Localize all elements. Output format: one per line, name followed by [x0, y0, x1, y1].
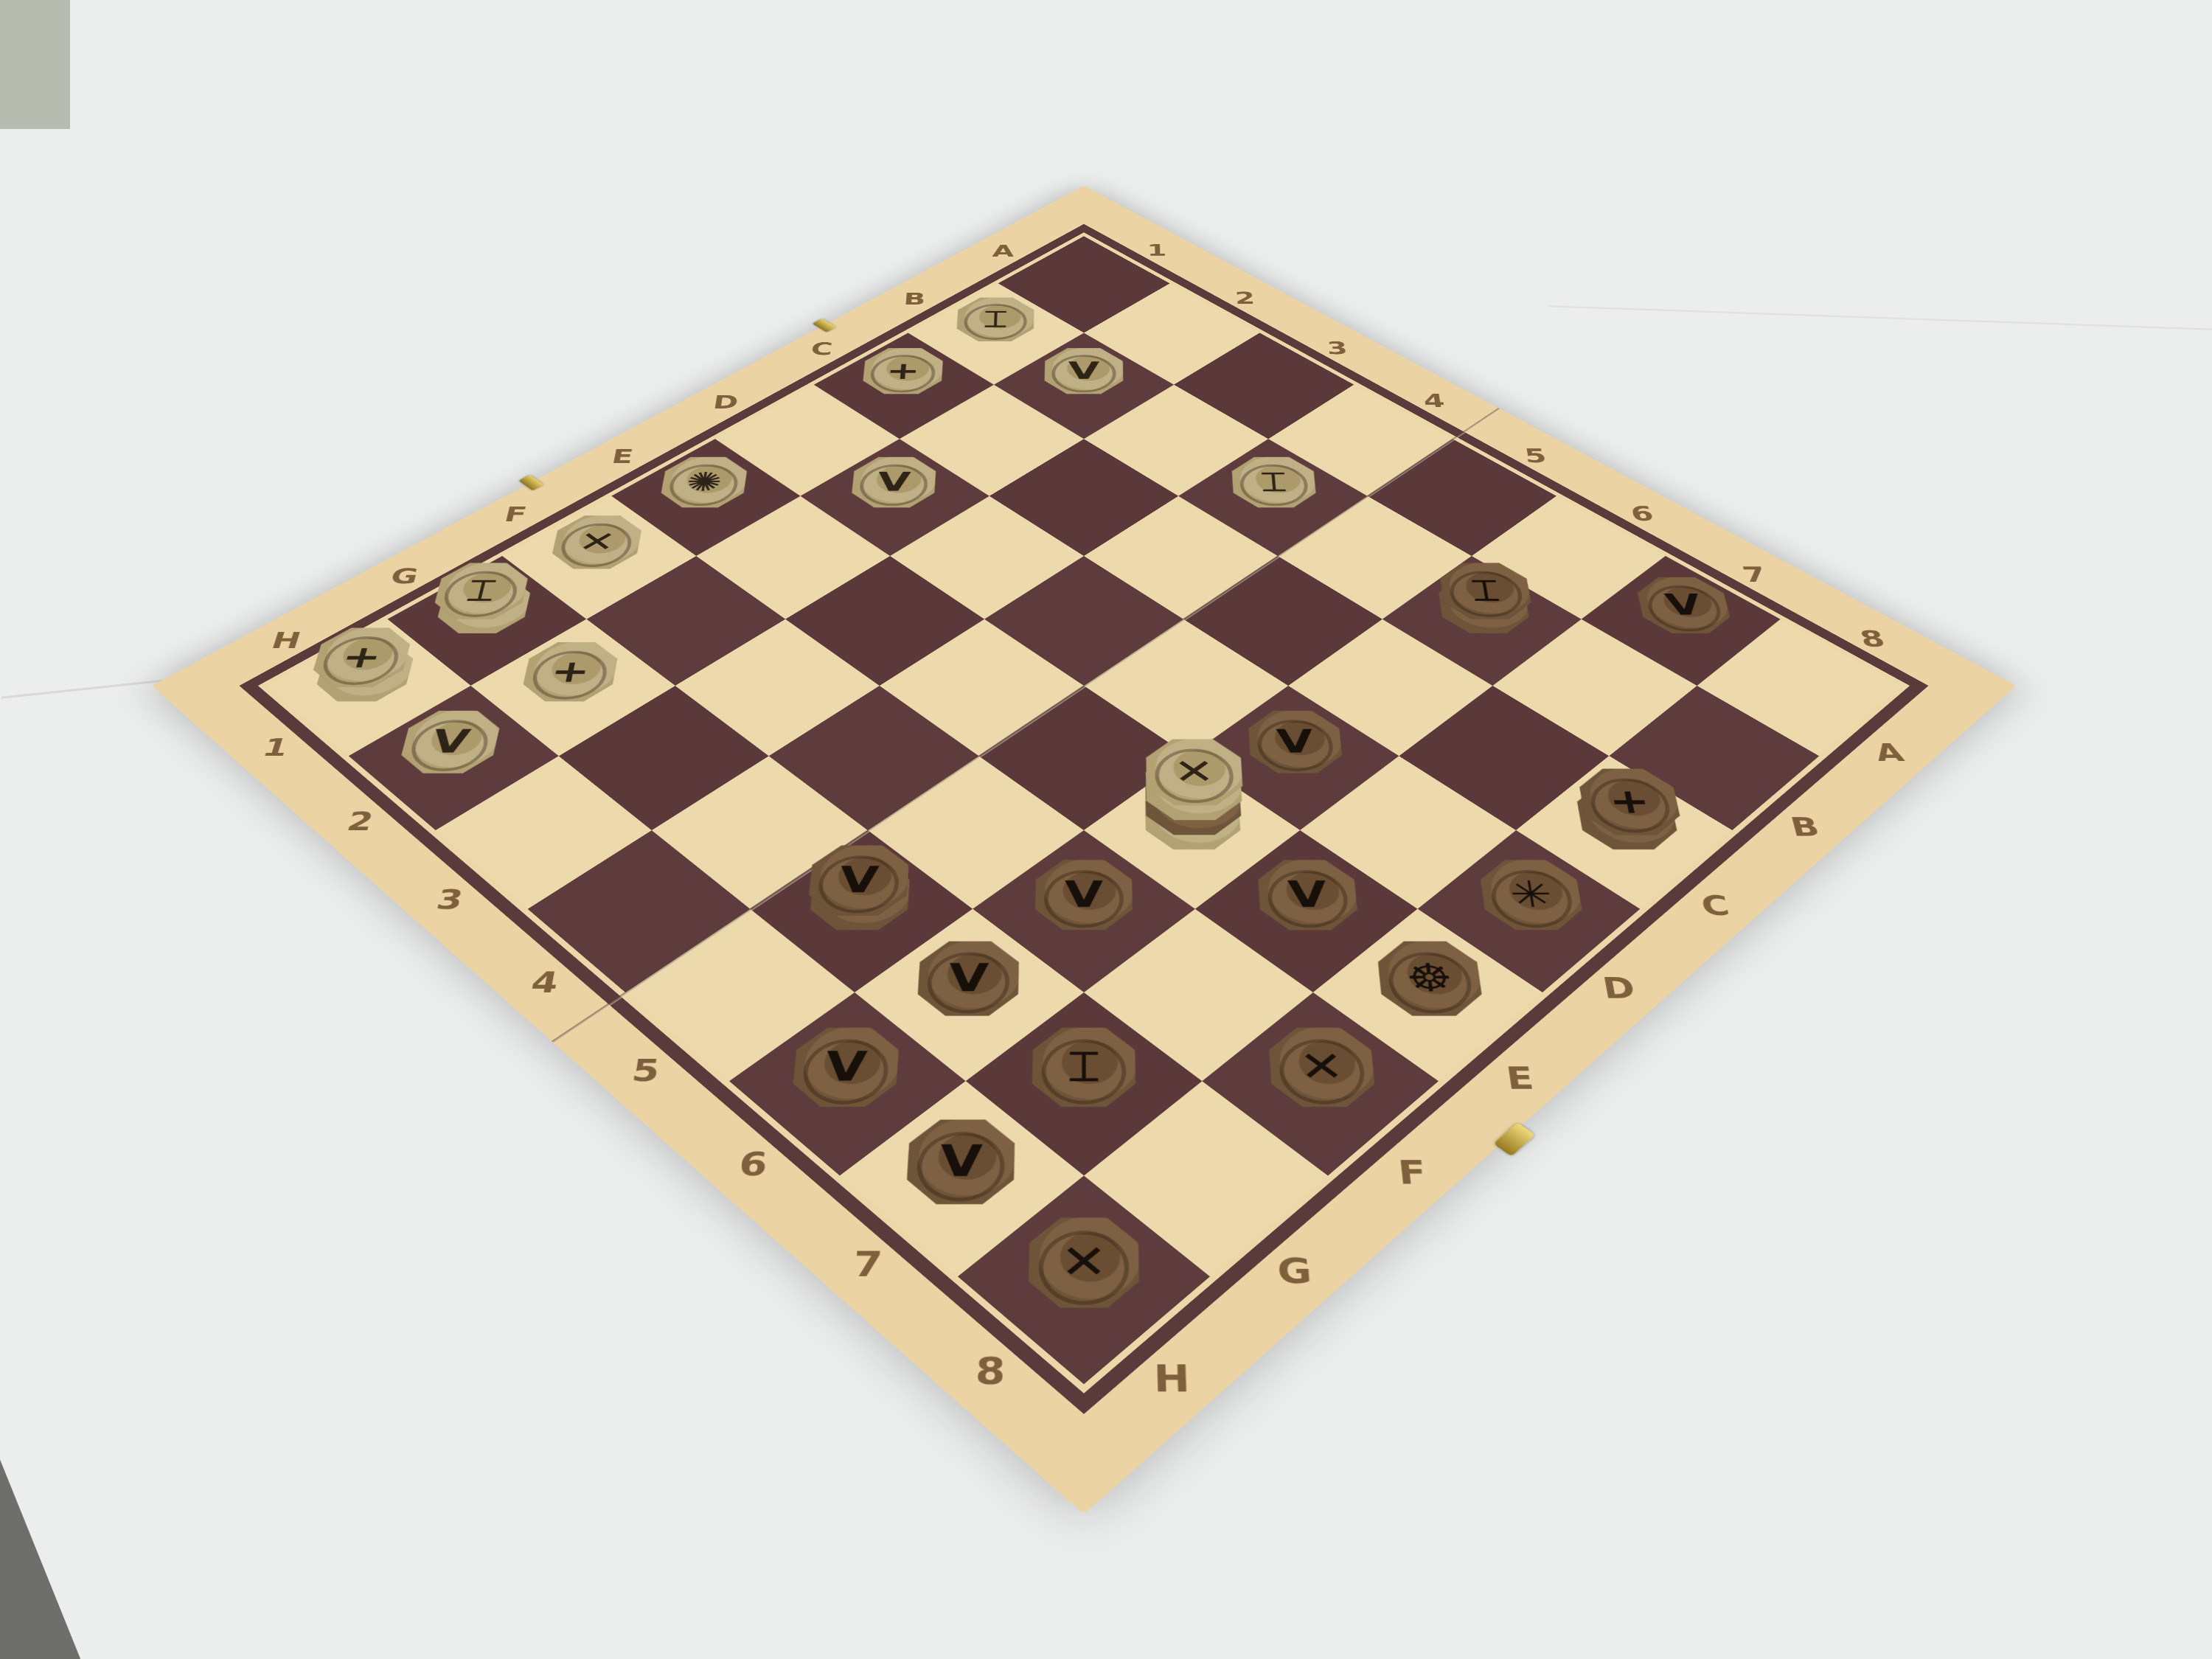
- coord-number-bottom-8: 8: [975, 1350, 1006, 1393]
- coord-number-top-5: 5: [1523, 445, 1548, 467]
- V-mark-symbol: V: [1633, 577, 1735, 633]
- V-mark-symbol: V: [850, 456, 938, 507]
- wall-patch: [0, 0, 70, 129]
- coord-number-bottom-3: 3: [434, 884, 467, 916]
- coord-letter-left-D: D: [712, 392, 740, 412]
- piece-h8-dark-X-cross[interactable]: ✕: [1005, 1199, 1162, 1328]
- plus-cross-symbol: +: [861, 348, 945, 394]
- I-beam-cross-symbol: ⌶: [956, 297, 1034, 341]
- board-3d-wrapper: V⌶V⌶⌶++VV✳✺✕V☸✕V✕⌶+VV⌶+VVV✕ 11AA22BB33CC…: [152, 186, 2017, 1514]
- piece-c1-light-plus-cross[interactable]: +: [847, 338, 959, 404]
- V-mark-symbol: V: [1247, 710, 1345, 773]
- table-edge-line: [1548, 305, 2212, 330]
- coord-number-bottom-6: 6: [737, 1146, 770, 1183]
- V-mark-symbol: V: [1044, 348, 1124, 394]
- brass-latch-icon[interactable]: [1494, 1122, 1536, 1156]
- V-mark-symbol: V: [905, 1119, 1016, 1205]
- coord-number-top-3: 3: [1326, 338, 1349, 358]
- coord-letter-left-F: F: [502, 503, 529, 526]
- piece-e8-dark-ship-wheel[interactable]: ☸: [1358, 925, 1501, 1032]
- coord-number-top-8: 8: [1857, 626, 1888, 652]
- bug-symbol: ✺: [658, 456, 749, 507]
- coord-letter-left-B: B: [902, 290, 926, 309]
- coord-letter-right-G: G: [1276, 1251, 1313, 1292]
- coord-letter-left-C: C: [810, 339, 834, 359]
- coord-letter-left-H: H: [268, 627, 305, 653]
- V-mark-symbol: V: [1034, 860, 1134, 931]
- coord-number-bottom-7: 7: [852, 1245, 883, 1285]
- coord-number-bottom-1: 1: [259, 734, 292, 762]
- coord-letter-left-E: E: [610, 445, 636, 467]
- coord-letter-right-C: C: [1698, 890, 1733, 922]
- coord-letter-right-F: F: [1396, 1153, 1427, 1191]
- coord-number-top-6: 6: [1629, 502, 1656, 525]
- V-mark-symbol: V: [790, 1027, 900, 1107]
- coord-number-top-4: 4: [1422, 390, 1446, 411]
- V-mark-symbol: V: [396, 710, 504, 773]
- folding-chessboard: V⌶V⌶⌶++VV✳✺✕V☸✕V✕⌶+VV⌶+VVV✕ 11AA22BB33CC…: [152, 186, 2017, 1514]
- eight-spoke-star-symbol: ✳: [1477, 860, 1587, 931]
- coord-letter-left-G: G: [388, 564, 421, 588]
- photo-scene: V⌶V⌶⌶++VV✳✺✕V☸✕V✕⌶+VV⌶+VVV✕ 11AA22BB33CC…: [0, 0, 2212, 1659]
- coord-letter-right-A: A: [1872, 739, 1907, 767]
- playing-grid: V⌶V⌶⌶++VV✳✺✕V☸✕V✕⌶+VV⌶+VVV✕: [266, 236, 1901, 1384]
- coord-letter-left-A: A: [992, 242, 1014, 260]
- I-beam-cross-symbol: ⌶: [1231, 456, 1318, 507]
- coord-number-bottom-5: 5: [630, 1053, 662, 1088]
- coord-letter-right-B: B: [1787, 813, 1823, 842]
- brass-hinge-icon: [813, 319, 836, 333]
- coord-number-top-7: 7: [1739, 563, 1769, 587]
- I-beam-cross-symbol: ⌶: [1031, 1027, 1136, 1107]
- X-cross-symbol: ✕: [549, 515, 645, 569]
- coord-letter-right-D: D: [1600, 972, 1638, 1005]
- plus-cross-symbol: +: [519, 641, 622, 701]
- x-arrow-symbol: ✕: [1267, 1027, 1377, 1107]
- table-corner-shadow: [0, 1416, 155, 1659]
- coord-number-bottom-4: 4: [529, 966, 561, 999]
- X-cross-symbol: ✕: [1027, 1217, 1140, 1309]
- piece-e7-dark-V-mark[interactable]: V: [1238, 845, 1377, 945]
- ship-wheel-symbol: ☸: [1375, 941, 1486, 1016]
- V-mark-symbol: V: [1256, 860, 1360, 931]
- coord-number-bottom-2: 2: [344, 807, 377, 836]
- coord-number-top-2: 2: [1234, 288, 1256, 307]
- V-mark-symbol: V: [916, 941, 1020, 1016]
- coord-number-top-1: 1: [1147, 241, 1166, 260]
- piece-a7-dark-V-mark[interactable]: V: [1621, 566, 1745, 646]
- coord-letter-right-H: H: [1153, 1357, 1191, 1400]
- coord-letter-right-E: E: [1503, 1060, 1536, 1096]
- brass-hinge-icon: [518, 475, 543, 491]
